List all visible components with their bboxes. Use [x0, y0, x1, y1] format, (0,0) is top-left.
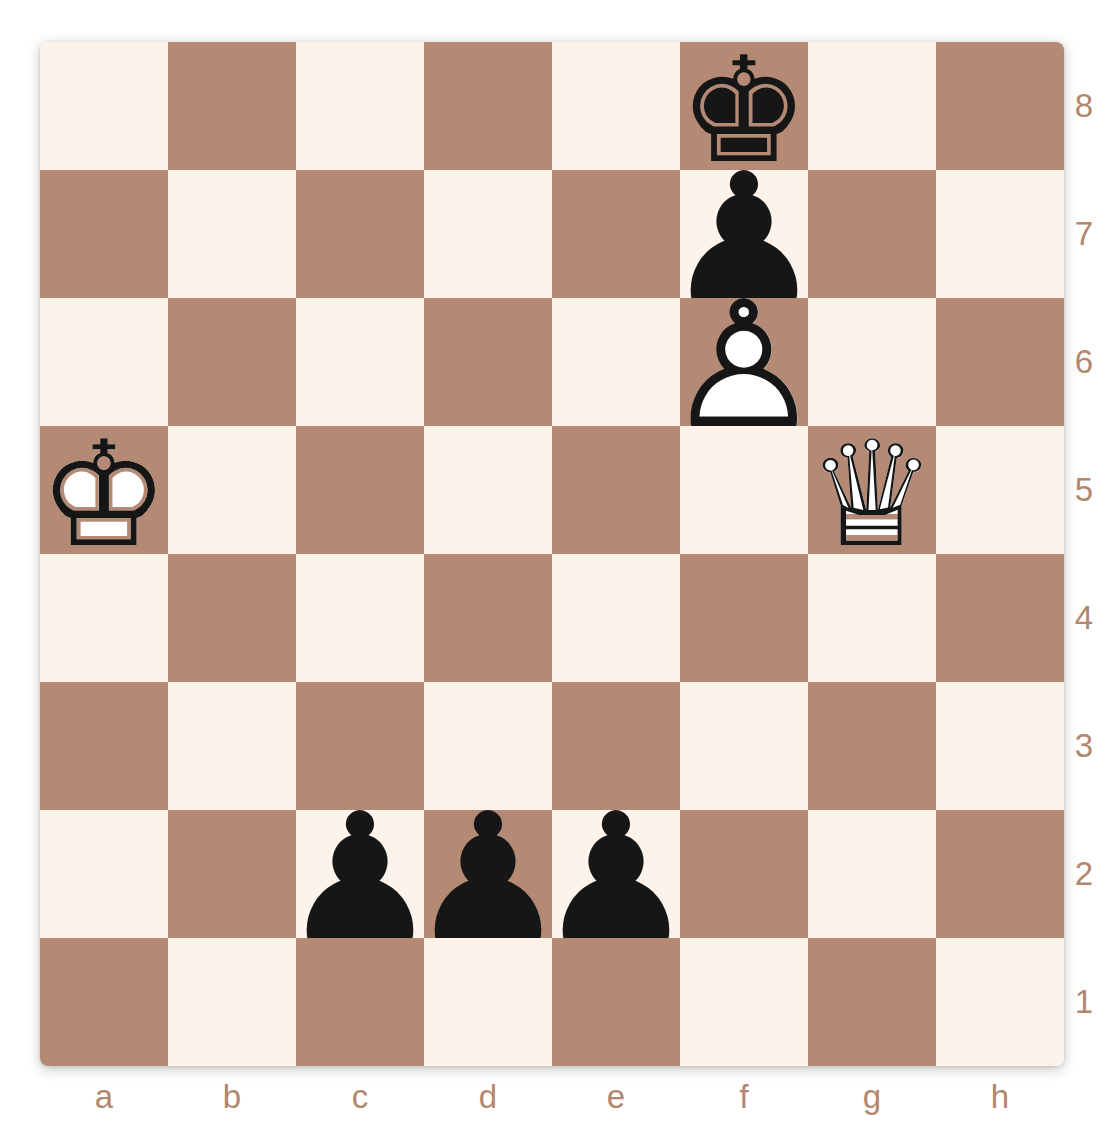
file-labels: abcdefgh [40, 1066, 1064, 1118]
square-c8[interactable] [296, 42, 424, 170]
square-g5[interactable]: ♛♕ [808, 426, 936, 554]
square-g7[interactable] [808, 170, 936, 298]
square-a3[interactable] [40, 682, 168, 810]
square-d6[interactable] [424, 298, 552, 426]
square-f2[interactable] [680, 810, 808, 938]
file-label-d: d [424, 1066, 552, 1118]
square-e6[interactable] [552, 298, 680, 426]
square-a2[interactable] [40, 810, 168, 938]
square-a4[interactable] [40, 554, 168, 682]
square-d5[interactable] [424, 426, 552, 554]
square-b8[interactable] [168, 42, 296, 170]
piece-white-pawn[interactable]: ♟♙ [680, 298, 808, 426]
square-f8[interactable]: ♚ [680, 42, 808, 170]
square-g3[interactable] [808, 682, 936, 810]
rank-labels: 87654321 [1064, 42, 1104, 1066]
square-h1[interactable] [936, 938, 1064, 1066]
piece-black-pawn[interactable]: ♟ [424, 810, 552, 938]
square-h6[interactable] [936, 298, 1064, 426]
square-c5[interactable] [296, 426, 424, 554]
square-b1[interactable] [168, 938, 296, 1066]
square-c2[interactable]: ♟ [296, 810, 424, 938]
rank-label-1: 1 [1064, 938, 1104, 1066]
square-d3[interactable] [424, 682, 552, 810]
file-label-g: g [808, 1066, 936, 1118]
file-label-a: a [40, 1066, 168, 1118]
piece-outline: ♔ [40, 421, 169, 567]
square-d7[interactable] [424, 170, 552, 298]
square-h3[interactable] [936, 682, 1064, 810]
square-d8[interactable] [424, 42, 552, 170]
rank-label-5: 5 [1064, 426, 1104, 554]
square-a5[interactable]: ♚♔ [40, 426, 168, 554]
piece-outline: ♕ [807, 421, 938, 567]
board-grid: ♚♟♟♙♚♔♛♕♟♟♟ [40, 42, 1064, 1066]
square-d1[interactable] [424, 938, 552, 1066]
square-b4[interactable] [168, 554, 296, 682]
square-e8[interactable] [552, 42, 680, 170]
piece-black-pawn[interactable]: ♟ [552, 810, 680, 938]
piece-white-king[interactable]: ♚♔ [40, 426, 168, 554]
file-label-h: h [936, 1066, 1064, 1118]
square-h8[interactable] [936, 42, 1064, 170]
rank-label-6: 6 [1064, 298, 1104, 426]
file-label-b: b [168, 1066, 296, 1118]
piece-black-king[interactable]: ♚ [680, 42, 808, 170]
rank-label-8: 8 [1064, 42, 1104, 170]
square-c6[interactable] [296, 298, 424, 426]
file-label-c: c [296, 1066, 424, 1118]
page: ♚♟♟♙♚♔♛♕♟♟♟ 87654321 abcdefgh [0, 0, 1112, 1124]
rank-label-7: 7 [1064, 170, 1104, 298]
square-c7[interactable] [296, 170, 424, 298]
square-b6[interactable] [168, 298, 296, 426]
square-d2[interactable]: ♟ [424, 810, 552, 938]
square-c4[interactable] [296, 554, 424, 682]
square-g6[interactable] [808, 298, 936, 426]
square-e2[interactable]: ♟ [552, 810, 680, 938]
square-h5[interactable] [936, 426, 1064, 554]
square-g8[interactable] [808, 42, 936, 170]
rank-label-3: 3 [1064, 682, 1104, 810]
piece-black-pawn[interactable]: ♟ [680, 170, 808, 298]
square-e5[interactable] [552, 426, 680, 554]
square-e3[interactable] [552, 682, 680, 810]
piece-white-queen[interactable]: ♛♕ [808, 426, 936, 554]
chess-board: ♚♟♟♙♚♔♛♕♟♟♟ [40, 42, 1064, 1066]
square-b3[interactable] [168, 682, 296, 810]
square-g1[interactable] [808, 938, 936, 1066]
file-label-e: e [552, 1066, 680, 1118]
file-label-f: f [680, 1066, 808, 1118]
square-b2[interactable] [168, 810, 296, 938]
rank-label-4: 4 [1064, 554, 1104, 682]
piece-fill: ♚ [40, 421, 169, 567]
square-b7[interactable] [168, 170, 296, 298]
square-g4[interactable] [808, 554, 936, 682]
square-f6[interactable]: ♟♙ [680, 298, 808, 426]
square-a6[interactable] [40, 298, 168, 426]
square-h2[interactable] [936, 810, 1064, 938]
square-h4[interactable] [936, 554, 1064, 682]
square-f1[interactable] [680, 938, 808, 1066]
square-f3[interactable] [680, 682, 808, 810]
square-e4[interactable] [552, 554, 680, 682]
square-d4[interactable] [424, 554, 552, 682]
piece-fill: ♛ [807, 421, 938, 567]
piece-silhouette: ♚ [679, 42, 810, 183]
square-f4[interactable] [680, 554, 808, 682]
square-e1[interactable] [552, 938, 680, 1066]
rank-label-2: 2 [1064, 810, 1104, 938]
square-c1[interactable] [296, 938, 424, 1066]
square-e7[interactable] [552, 170, 680, 298]
square-a1[interactable] [40, 938, 168, 1066]
square-f7[interactable]: ♟ [680, 170, 808, 298]
square-c3[interactable] [296, 682, 424, 810]
square-g2[interactable] [808, 810, 936, 938]
square-a8[interactable] [40, 42, 168, 170]
square-f5[interactable] [680, 426, 808, 554]
square-a7[interactable] [40, 170, 168, 298]
square-b5[interactable] [168, 426, 296, 554]
piece-black-pawn[interactable]: ♟ [296, 810, 424, 938]
square-h7[interactable] [936, 170, 1064, 298]
